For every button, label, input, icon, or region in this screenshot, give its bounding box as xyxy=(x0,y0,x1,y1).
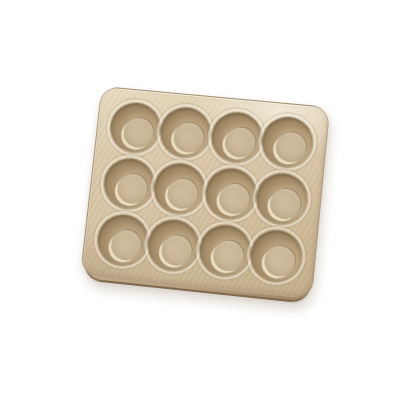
muffin-cup xyxy=(108,100,162,153)
cup-grid xyxy=(94,97,316,287)
muffin-cup xyxy=(197,222,252,277)
muffin-cup xyxy=(102,156,157,210)
muffin-cup xyxy=(95,212,150,267)
muffin-cup xyxy=(158,105,212,159)
muffin-cup xyxy=(249,228,304,283)
muffin-cup xyxy=(146,217,201,272)
muffin-cup xyxy=(260,115,315,169)
muffin-pan xyxy=(80,86,330,299)
muffin-cup xyxy=(203,166,258,221)
muffin-cup xyxy=(255,171,310,226)
muffin-cup xyxy=(152,161,207,215)
photo-background xyxy=(0,0,400,400)
pan-top-surface xyxy=(80,86,330,299)
muffin-cup xyxy=(209,110,264,164)
pan-shadow xyxy=(0,0,400,400)
